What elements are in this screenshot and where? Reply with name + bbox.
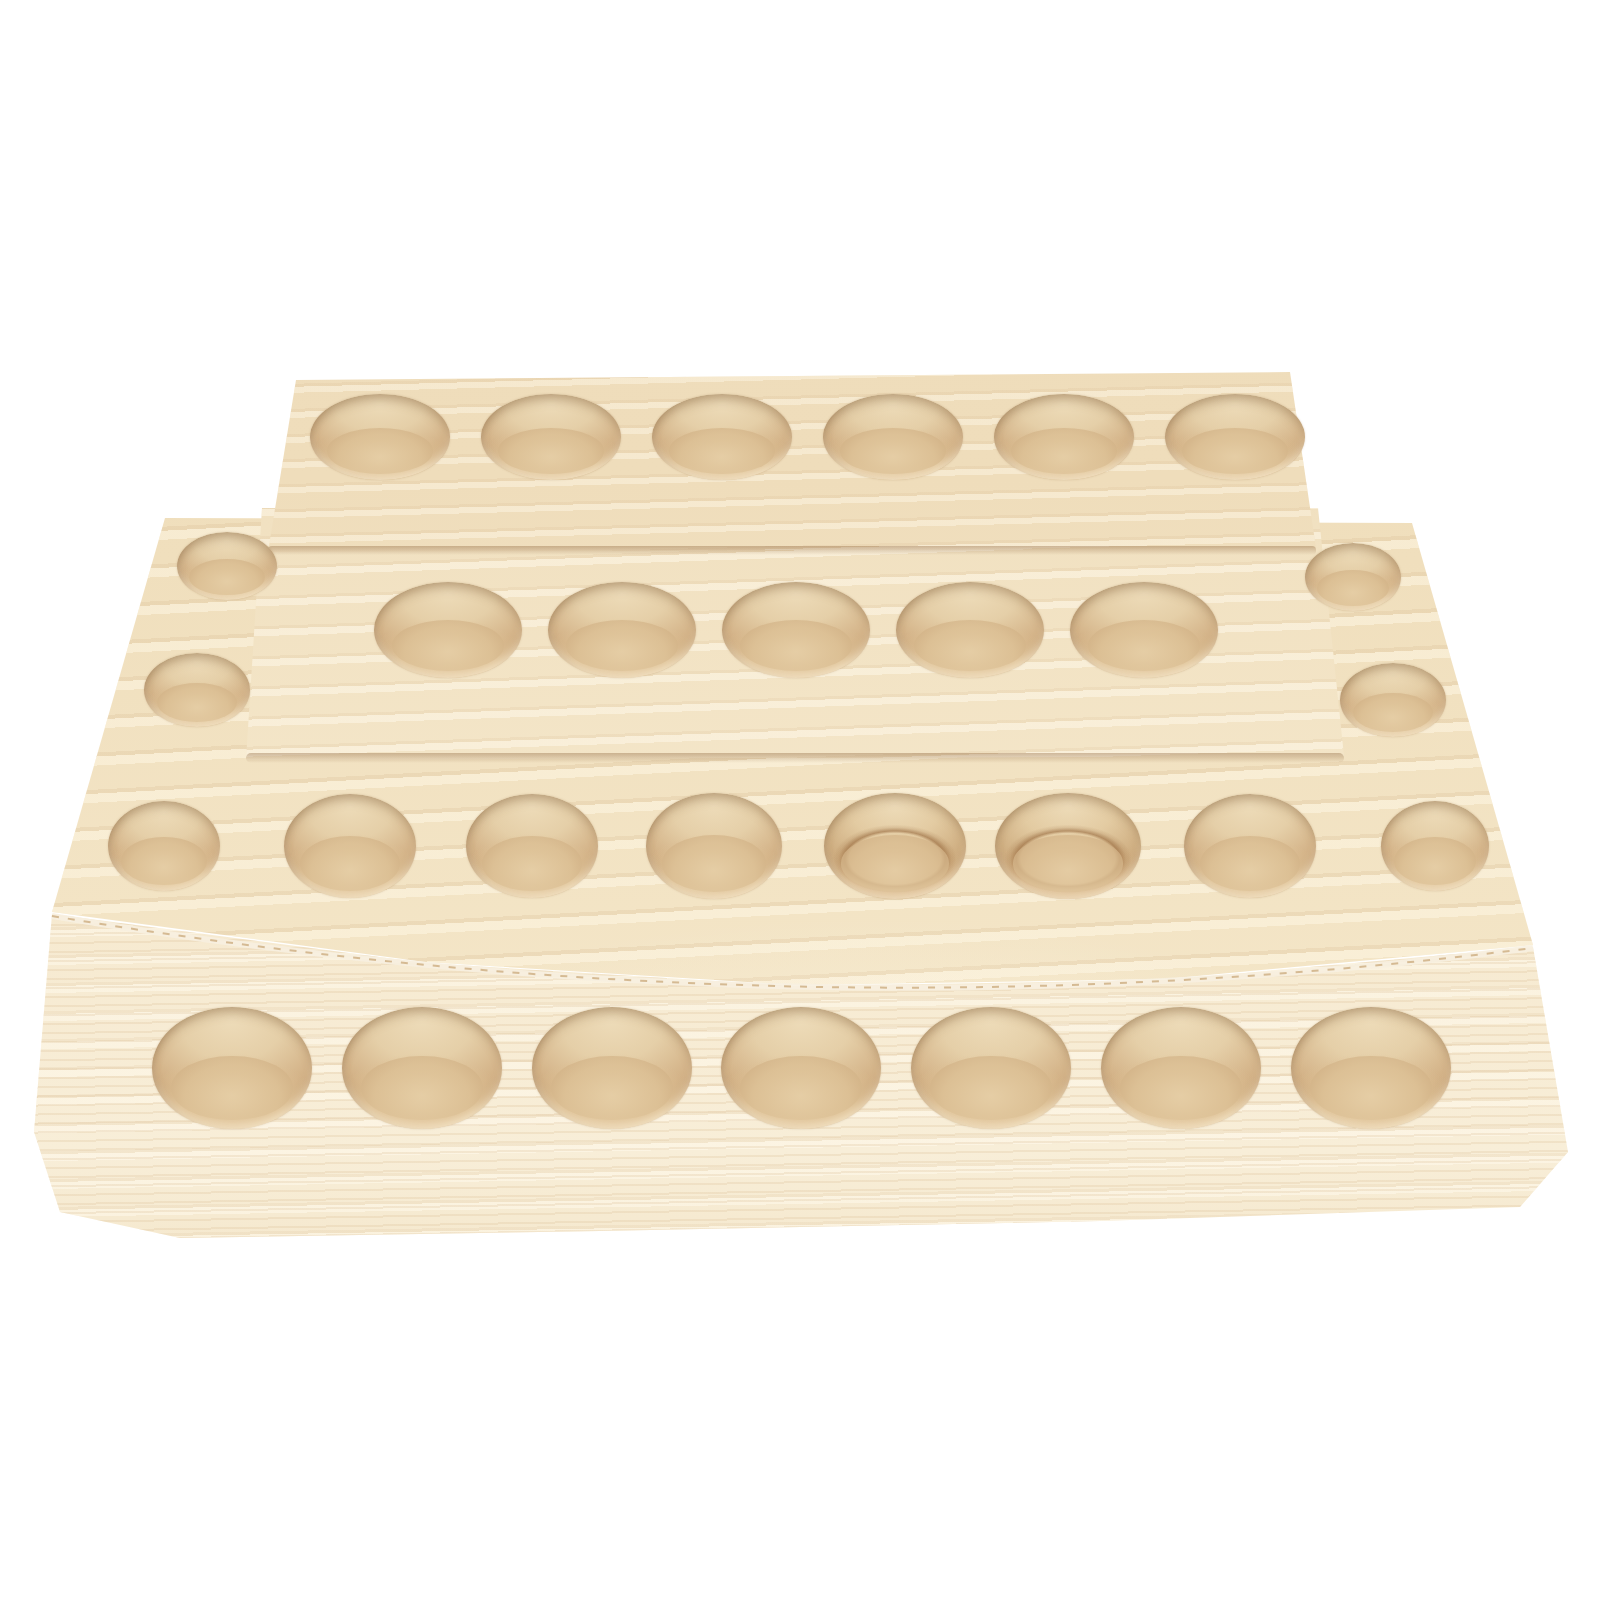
bottle-slot-hole — [342, 1007, 502, 1129]
bottle-slot-hole — [1165, 394, 1305, 480]
bottle-slot-hole — [481, 394, 621, 480]
bottle-slot-hole — [1184, 794, 1316, 898]
bottle-slot-hole — [646, 793, 782, 899]
bottle-slot-hole — [1101, 1007, 1261, 1129]
bottle-slot-hole — [652, 394, 792, 480]
bottle-slot-hole — [1381, 801, 1489, 891]
bottle-slot-hole — [532, 1007, 692, 1129]
bottle-slot-hole — [995, 793, 1141, 899]
bottle-slot-hole — [1305, 543, 1401, 611]
bottle-slot-hole — [824, 793, 966, 899]
wooden-display-rack — [0, 0, 1600, 1600]
bottle-slot-hole — [823, 394, 963, 480]
bottle-slot-hole — [177, 532, 277, 600]
bottle-slot-hole — [152, 1007, 312, 1129]
bottle-slot-hole — [896, 582, 1044, 678]
bottle-slot-hole — [911, 1007, 1071, 1129]
bottle-slot-hole — [1291, 1007, 1451, 1129]
bottle-slot-hole — [310, 394, 450, 480]
bottle-slot-hole — [108, 801, 220, 891]
bottle-slot-hole — [722, 582, 870, 678]
tier2-base-board — [0, 0, 1600, 1600]
bottle-slot-hole — [144, 653, 250, 727]
bottle-slot-hole — [721, 1007, 881, 1129]
bottle-slot-hole — [284, 794, 416, 898]
product-photo — [0, 0, 1600, 1600]
bottle-slot-hole — [994, 394, 1134, 480]
bottle-slot-hole — [1070, 582, 1218, 678]
bottle-slot-hole — [466, 794, 598, 898]
bottle-slot-hole — [1340, 663, 1446, 737]
bottle-slot-hole — [374, 582, 522, 678]
bottle-slot-hole — [548, 582, 696, 678]
